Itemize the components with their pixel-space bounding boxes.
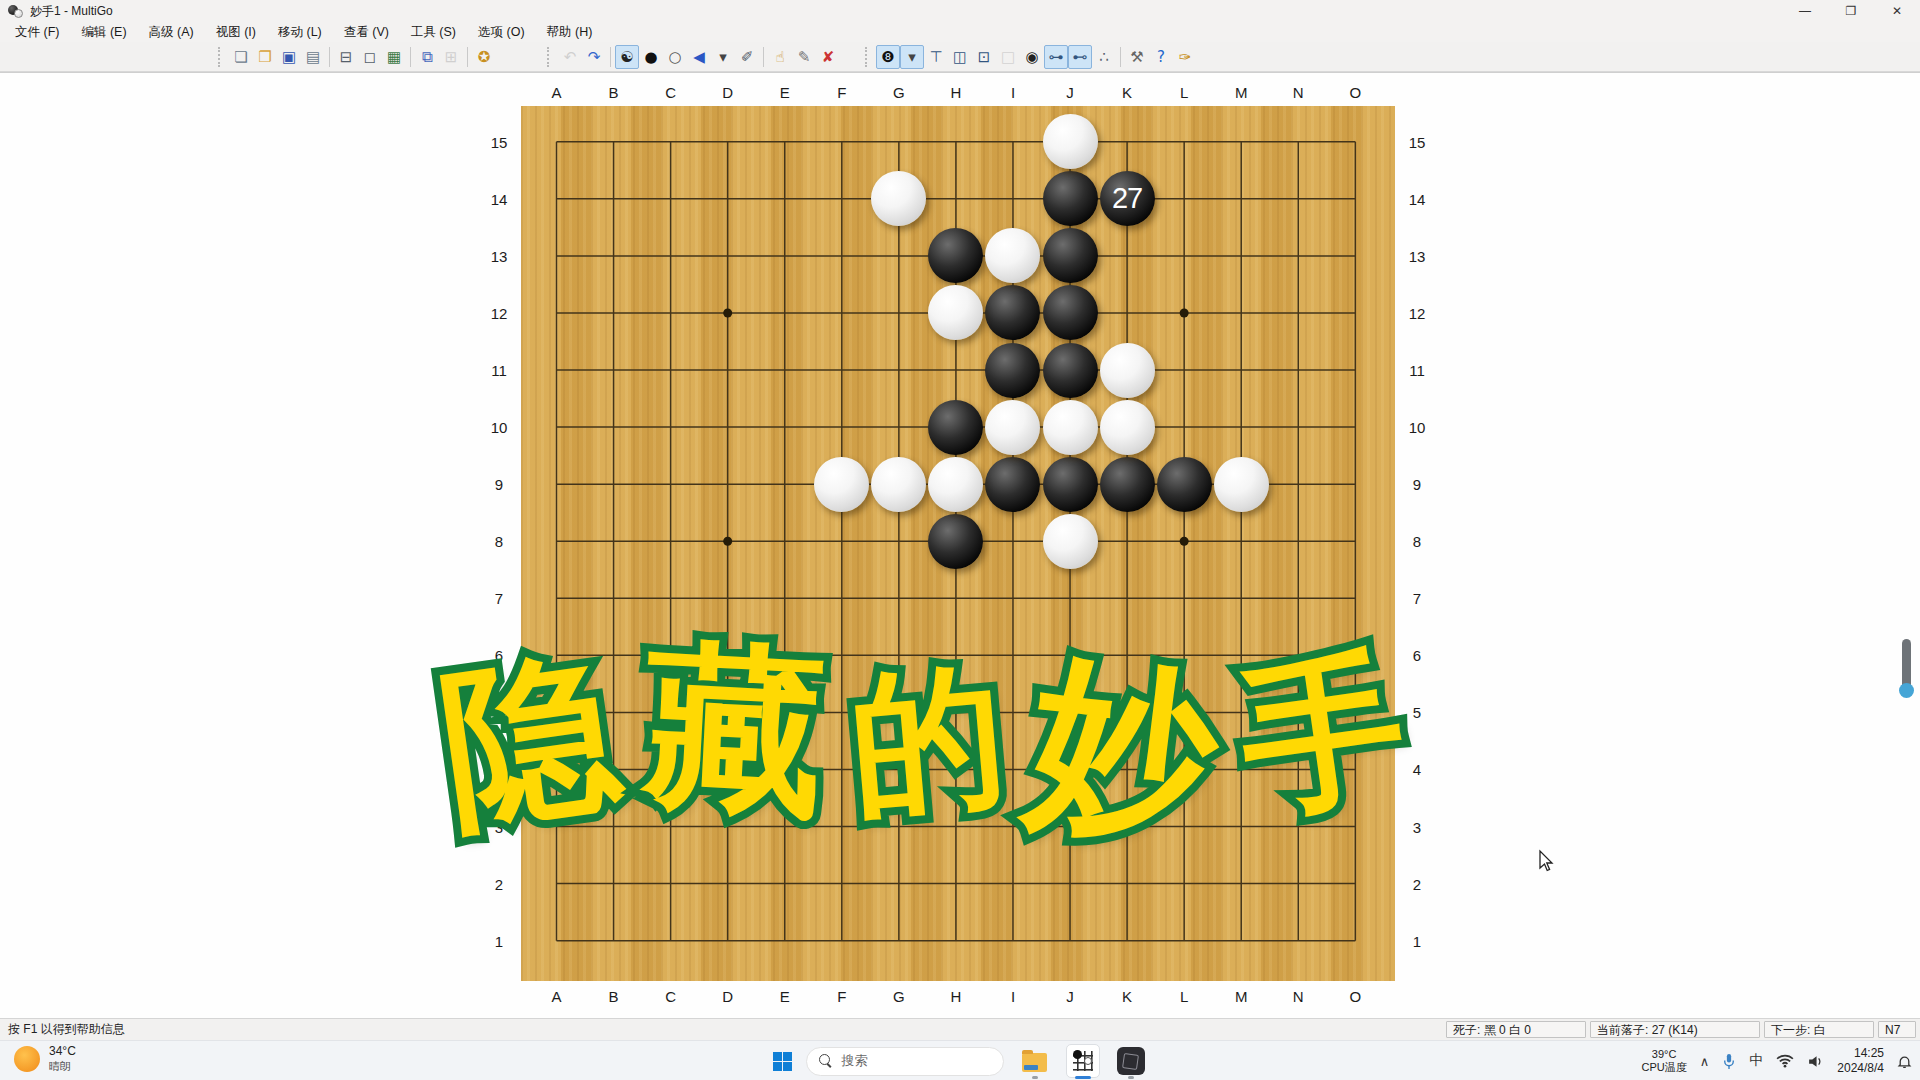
col-label-bottom-A: A [546,988,568,1005]
menu-item-8[interactable]: 选项 (O) [467,22,536,42]
col-label-bottom-C: C [660,988,682,1005]
mark-triangle-button[interactable]: ◀ [687,45,711,69]
col-label-top-O: O [1344,84,1366,101]
stone-white-H9[interactable] [928,457,983,512]
delete-button[interactable]: ✘ [816,45,840,69]
first-move-button[interactable]: ⊤ [924,45,948,69]
move-number-label: 27 [1112,182,1142,215]
col-label-top-M: M [1230,84,1252,101]
row-label-left-14: 14 [486,191,512,208]
stone-black-L9[interactable] [1157,457,1212,512]
overlay-char-3: 的的 [844,657,1012,825]
row-label-right-8: 8 [1404,533,1430,550]
stone-white-K11[interactable] [1100,343,1155,398]
col-label-bottom-J: J [1059,988,1081,1005]
black-stone-button[interactable]: ● [639,45,663,69]
row-label-left-8: 8 [486,533,512,550]
row-label-left-1: 1 [486,933,512,950]
col-label-bottom-E: E [774,988,796,1005]
row-label-left-2: 2 [486,876,512,893]
row-label-right-3: 3 [1404,819,1430,836]
row-label-right-14: 14 [1404,191,1430,208]
toolbar-grip [865,47,873,67]
tray-expand-icon[interactable]: ∧ [1700,1054,1710,1069]
col-label-bottom-O: O [1344,988,1366,1005]
mark-dropdown-button[interactable]: ▾ [711,45,735,69]
comment-view-button[interactable]: ⊡ [972,45,996,69]
taskbar-app-file-explorer[interactable] [1018,1044,1052,1078]
captures-panel: 死子: 黑 0 白 0 [1446,1021,1586,1038]
menu-item-9[interactable]: 帮助 (H) [536,22,604,42]
titlebar: 妙手1 - MultiGo — ❐ ✕ [0,0,1920,22]
col-label-bottom-L: L [1173,988,1195,1005]
row-label-left-12: 12 [486,305,512,322]
cpu-label: CPU温度 [1642,1061,1687,1074]
menu-item-1[interactable]: 文件 (F) [4,22,70,42]
row-label-right-12: 12 [1404,305,1430,322]
folder-icon [1022,1053,1047,1072]
running-indicator [1032,1076,1038,1079]
row-label-right-11: 11 [1404,362,1430,379]
col-label-top-A: A [546,84,568,101]
stone-white-J15[interactable] [1043,114,1098,169]
toolbar: ❏❐▣▤⊟◻▦⧉⊞✪↶↷☯●○◀▾✐☝✎✘❽▾⊤◫⊡□◉⊶⊷∴⚒?✑ [0,42,1920,72]
minimize-button[interactable]: — [1782,0,1828,22]
col-label-top-J: J [1059,84,1081,101]
undo-button: ↶ [558,45,582,69]
running-indicator [1128,1076,1134,1079]
col-label-top-I: I [1002,84,1024,101]
status-help-text: 按 F1 以得到帮助信息 [0,1021,1446,1038]
restore-button[interactable]: ❐ [1828,0,1874,22]
col-label-bottom-D: D [717,988,739,1005]
stone-black-J14[interactable] [1043,171,1098,226]
col-label-bottom-G: G [888,988,910,1005]
clean-board-button[interactable]: ✑ [1173,45,1197,69]
search-placeholder: 搜索 [842,1052,868,1070]
stone-black-J9[interactable] [1043,457,1098,512]
edge-slider[interactable] [1899,639,1914,699]
game-info-button[interactable]: ◉ [1020,45,1044,69]
toolbar-separator [410,47,411,67]
stone-black-J12[interactable] [1043,285,1098,340]
stone-white-J8[interactable] [1043,514,1098,569]
toolbar-separator [1120,47,1121,67]
col-label-top-K: K [1116,84,1138,101]
stone-white-F9[interactable] [814,457,869,512]
next-move-panel: 下一步: 白 [1764,1021,1874,1038]
stone-black-I9[interactable] [985,457,1040,512]
window-controls: — ❐ ✕ [1782,0,1920,22]
toolbar-separator [763,47,764,67]
menu-item-5[interactable]: 移动 (L) [267,22,333,42]
open-button[interactable]: ❐ [253,45,277,69]
white-stone-button[interactable]: ○ [663,45,687,69]
col-label-top-G: G [888,84,910,101]
col-label-top-N: N [1287,84,1309,101]
row-label-left-7: 7 [486,590,512,607]
save-all-button[interactable]: ▤ [301,45,325,69]
tray-time: 14:25 [1837,1046,1884,1061]
context-help-button[interactable]: ? [1149,45,1173,69]
ime-indicator[interactable]: 中 [1749,1052,1763,1070]
cpu-temp: 39°C [1642,1048,1687,1061]
app-logo-icon [8,4,24,18]
save-button[interactable]: ▣ [277,45,301,69]
stone-black-J13[interactable] [1043,228,1098,283]
print-button[interactable]: ⊟ [334,45,358,69]
col-label-bottom-M: M [1230,988,1252,1005]
taskbar-center: 搜索 [0,1041,1920,1080]
row-label-right-9: 9 [1404,476,1430,493]
pass-button[interactable]: ☝ [768,45,792,69]
col-label-top-C: C [660,84,682,101]
overlay-char-1: 隐隐 [432,642,630,840]
new-button[interactable]: ❏ [229,45,253,69]
tree-prev-button[interactable]: ⊶ [1044,45,1068,69]
toolbar-separator [329,47,330,67]
number-dropdown-button[interactable]: ▾ [900,45,924,69]
statusbar: 按 F1 以得到帮助信息 死子: 黑 0 白 0当前落子: 27 (K14)下一… [0,1018,1920,1040]
search-input[interactable]: 搜索 [806,1047,1004,1076]
stone-black-H8[interactable] [928,514,983,569]
toolbar-spacer [840,56,862,57]
overlay-char-2: 藏藏 [639,636,828,825]
tools-button[interactable]: ⚒ [1125,45,1149,69]
row-label-left-13: 13 [486,248,512,265]
play-mode-button[interactable]: ☯ [615,45,639,69]
row-label-left-10: 10 [486,419,512,436]
col-label-bottom-N: N [1287,988,1309,1005]
microphone-icon[interactable] [1722,1053,1736,1070]
overlay-char-4: 妙妙 [1020,644,1226,850]
toolbar-grip [218,47,226,67]
overlay-char-5: 手手 [1232,643,1415,826]
status-panels: 死子: 黑 0 白 0当前落子: 27 (K14)下一步: 白N7 [1446,1021,1920,1038]
row-label-right-10: 10 [1404,419,1430,436]
tree-view-button[interactable]: ∴ [1092,45,1116,69]
redo-button[interactable]: ↷ [582,45,606,69]
col-label-bottom-H: H [945,988,967,1005]
menu-item-6[interactable]: 查看 (V) [333,22,400,42]
mouse-cursor [1533,849,1557,873]
dark-app-icon [1117,1047,1145,1075]
col-label-top-H: H [945,84,967,101]
window-title: 妙手1 - MultiGo [30,3,113,20]
menu-item-3[interactable]: 高级 (A) [138,22,205,42]
variation-view-button[interactable]: ◫ [948,45,972,69]
client-area: 隐隐藏藏的的妙妙手手 AABBCCDDEEFFGGHHIIJJKKLLMMNNO… [0,72,1920,1018]
menu-item-2[interactable]: 编辑 (E) [70,22,137,42]
stone-black-I11[interactable] [985,343,1040,398]
row-label-left-9: 9 [486,476,512,493]
wifi-icon[interactable] [1776,1054,1794,1068]
stone-black-J11[interactable] [1043,343,1098,398]
col-label-bottom-K: K [1116,988,1138,1005]
start-button[interactable] [773,1052,792,1071]
taskbar-app-go-board[interactable] [1066,1044,1100,1078]
row-label-left-15: 15 [486,134,512,151]
taskbar: 34°C 晴朗 搜索 39°C CPU温度 ∧ [0,1040,1920,1080]
col-label-top-B: B [603,84,625,101]
stone-white-K10[interactable] [1100,400,1155,455]
col-label-bottom-B: B [603,988,625,1005]
toolbar-grip [547,47,555,67]
close-button[interactable]: ✕ [1874,0,1920,22]
paste-button: ⊞ [439,45,463,69]
show-move-number-button[interactable]: ❽ [876,45,900,69]
active-indicator [1075,1076,1091,1079]
blank-view-button: □ [996,45,1020,69]
toolbar-separator [610,47,611,67]
speaker-icon[interactable] [1807,1055,1824,1068]
stone-white-J10[interactable] [1043,400,1098,455]
eraser-button[interactable]: ✐ [735,45,759,69]
stone-white-G9[interactable] [871,457,926,512]
tree-next-button[interactable]: ⊷ [1068,45,1092,69]
row-label-right-13: 13 [1404,248,1430,265]
clock-widget[interactable]: 14:25 2024/8/4 [1837,1046,1884,1076]
label-button[interactable]: ✎ [792,45,816,69]
toolbar-separator [467,47,468,67]
go-board-icon [1073,1051,1093,1071]
cpu-temp-widget[interactable]: 39°C CPU温度 [1642,1048,1687,1074]
system-tray: 39°C CPU温度 ∧ 中 14:25 2024/8/4 [1642,1041,1912,1080]
row-label-right-7: 7 [1404,590,1430,607]
current-move-panel: 当前落子: 27 (K14) [1590,1021,1760,1038]
stone-black-K14[interactable]: 27 [1100,171,1155,226]
col-label-bottom-F: F [831,988,853,1005]
stone-black-H10[interactable] [928,400,983,455]
row-label-right-2: 2 [1404,876,1430,893]
row-label-left-11: 11 [486,362,512,379]
row-label-right-5: 5 [1404,704,1430,721]
menu-item-7[interactable]: 工具 (S) [400,22,467,42]
row-label-right-15: 15 [1404,134,1430,151]
col-label-top-D: D [717,84,739,101]
row-label-right-1: 1 [1404,933,1430,950]
col-label-top-E: E [774,84,796,101]
copy-button[interactable]: ⧉ [415,45,439,69]
print-preview-button[interactable]: ◻ [358,45,382,69]
stone-black-K9[interactable] [1100,457,1155,512]
hover-coord-panel: N7 [1878,1021,1916,1038]
col-label-top-L: L [1173,84,1195,101]
stone-white-I10[interactable] [985,400,1040,455]
col-label-top-F: F [831,84,853,101]
col-label-bottom-I: I [1002,988,1024,1005]
stone-white-M9[interactable] [1214,457,1269,512]
search-icon [819,1054,833,1068]
board-setup-button[interactable]: ✪ [472,45,496,69]
taskbar-app-dark[interactable] [1114,1044,1148,1078]
tray-date: 2024/8/4 [1837,1061,1884,1076]
menubar: 文件 (F)编辑 (E)高级 (A)视图 (I)移动 (L)查看 (V)工具 (… [0,22,1920,42]
export-image-button[interactable]: ▦ [382,45,406,69]
notification-bell-icon[interactable] [1897,1054,1912,1069]
menu-item-4[interactable]: 视图 (I) [205,22,267,42]
toolbar-spacer [496,56,544,57]
slider-knob[interactable] [1899,683,1914,698]
row-label-right-6: 6 [1404,647,1430,664]
title-overlay: 隐隐藏藏的的妙妙手手 [443,633,1404,840]
